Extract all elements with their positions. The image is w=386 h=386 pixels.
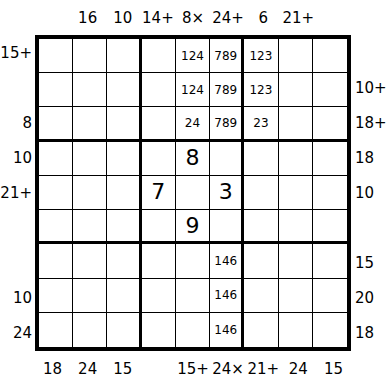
cell-r9c8[interactable] (279, 313, 313, 347)
top-clue-col2: 16 (70, 0, 105, 35)
cell-r9c5[interactable] (176, 313, 210, 347)
bottom-clue-col8: 24 (281, 351, 316, 386)
cell-r5c8[interactable] (279, 176, 313, 210)
cell-r2c4[interactable] (142, 73, 176, 107)
cell-r7c3[interactable] (107, 244, 141, 278)
cell-r2c3[interactable] (107, 73, 141, 107)
cell-r8c4[interactable] (142, 279, 176, 313)
cell-r8c7[interactable] (244, 279, 278, 313)
cell-r5c2[interactable] (73, 176, 107, 210)
cell-r5c3[interactable] (107, 176, 141, 210)
cell-r9c3[interactable] (107, 313, 141, 347)
cell-r1c8[interactable] (279, 39, 313, 73)
cell-r6c9[interactable] (313, 210, 347, 244)
cell-r4c2[interactable] (73, 142, 107, 176)
cell-r4c5[interactable]: 8 (176, 142, 210, 176)
cell-r5c7[interactable] (244, 176, 278, 210)
cell-r1c3[interactable] (107, 39, 141, 73)
cell-r8c6[interactable]: 146 (210, 279, 244, 313)
cell-r9c7[interactable] (244, 313, 278, 347)
right-clue-row2: 10+ (351, 70, 386, 105)
right-clue-row5: 10 (351, 175, 386, 210)
cell-r1c4[interactable] (142, 39, 176, 73)
cell-r9c6[interactable]: 146 (210, 313, 244, 347)
cell-r9c1[interactable] (39, 313, 73, 347)
cell-r6c7[interactable] (244, 210, 278, 244)
cell-r7c1[interactable] (39, 244, 73, 278)
cell-r3c1[interactable] (39, 107, 73, 141)
top-clue-col9 (316, 0, 351, 35)
cell-r1c7[interactable]: 123 (244, 39, 278, 73)
cell-r6c8[interactable] (279, 210, 313, 244)
cell-r2c5[interactable]: 124 (176, 73, 210, 107)
right-clue-row4: 18 (351, 140, 386, 175)
cell-r1c1[interactable] (39, 39, 73, 73)
cell-r6c5[interactable]: 9 (176, 210, 210, 244)
cell-r4c3[interactable] (107, 142, 141, 176)
cell-r7c4[interactable] (142, 244, 176, 278)
right-clue-row8: 20 (351, 281, 386, 316)
cell-r6c3[interactable] (107, 210, 141, 244)
right-clue-row7: 15 (351, 246, 386, 281)
right-clue-row3: 18+ (351, 105, 386, 140)
cell-r3c6[interactable]: 789 (210, 107, 244, 141)
top-clue-col7: 6 (246, 0, 281, 35)
cell-r4c8[interactable] (279, 142, 313, 176)
right-clue-row9: 18 (351, 316, 386, 351)
cell-r1c9[interactable] (313, 39, 347, 73)
cell-r2c7[interactable]: 123 (244, 73, 278, 107)
cell-r7c9[interactable] (313, 244, 347, 278)
left-clue-row3: 8 (0, 105, 35, 140)
cell-r3c9[interactable] (313, 107, 347, 141)
cell-r8c2[interactable] (73, 279, 107, 313)
cell-r2c6[interactable]: 789 (210, 73, 244, 107)
top-clue-col4: 14+ (140, 0, 175, 35)
cell-r6c4[interactable] (142, 210, 176, 244)
cell-r8c3[interactable] (107, 279, 141, 313)
bottom-clue-col2: 24 (70, 351, 105, 386)
cell-r3c4[interactable] (142, 107, 176, 141)
cell-r6c1[interactable] (39, 210, 73, 244)
left-clue-row7 (0, 246, 35, 281)
cell-r2c1[interactable] (39, 73, 73, 107)
sudoku-board: 12478912312478912324789238739146146146 (35, 35, 351, 351)
cell-r8c9[interactable] (313, 279, 347, 313)
top-clue-col6: 24+ (211, 0, 246, 35)
right-clue-row6 (351, 211, 386, 246)
left-clue-row4: 10 (0, 140, 35, 175)
cell-r8c8[interactable] (279, 279, 313, 313)
cell-r8c5[interactable] (176, 279, 210, 313)
left-clue-row9: 24 (0, 316, 35, 351)
cell-r7c2[interactable] (73, 244, 107, 278)
cell-r1c5[interactable]: 124 (176, 39, 210, 73)
cell-r1c6[interactable]: 789 (210, 39, 244, 73)
left-clue-row8: 10 (0, 281, 35, 316)
bottom-clue-col4 (140, 351, 175, 386)
cell-r9c4[interactable] (142, 313, 176, 347)
bottom-clue-col7: 21+ (246, 351, 281, 386)
cell-r4c1[interactable] (39, 142, 73, 176)
bottom-clue-strip: 18241515+24×21+2415 (35, 351, 351, 386)
cell-r3c3[interactable] (107, 107, 141, 141)
puzzle-page: 161014+8×24+621+ 15+81021+1024 124789123… (0, 0, 386, 386)
cell-r7c7[interactable] (244, 244, 278, 278)
left-clue-row5: 21+ (0, 175, 35, 210)
cell-r2c8[interactable] (279, 73, 313, 107)
cell-r4c9[interactable] (313, 142, 347, 176)
cell-r5c5[interactable] (176, 176, 210, 210)
cell-r9c2[interactable] (73, 313, 107, 347)
cell-r7c5[interactable] (176, 244, 210, 278)
right-clue-strip: 10+18+1810152018 (351, 35, 386, 351)
cell-r5c4[interactable]: 7 (142, 176, 176, 210)
left-clue-row1: 15+ (0, 35, 35, 70)
cell-r3c5[interactable]: 24 (176, 107, 210, 141)
bottom-clue-col1: 18 (35, 351, 70, 386)
bottom-clue-col6: 24× (211, 351, 246, 386)
top-clue-col8: 21+ (281, 0, 316, 35)
cell-r8c1[interactable] (39, 279, 73, 313)
cell-r6c6[interactable] (210, 210, 244, 244)
top-clue-col5: 8× (175, 0, 210, 35)
cell-r5c6[interactable]: 3 (210, 176, 244, 210)
bottom-clue-col3: 15 (105, 351, 140, 386)
cell-r9c9[interactable] (313, 313, 347, 347)
right-clue-row1 (351, 35, 386, 70)
cell-r4c4[interactable] (142, 142, 176, 176)
cell-r3c2[interactable] (73, 107, 107, 141)
cell-r7c6[interactable]: 146 (210, 244, 244, 278)
left-clue-row2 (0, 70, 35, 105)
cell-r1c2[interactable] (73, 39, 107, 73)
cell-r3c7[interactable]: 23 (244, 107, 278, 141)
cell-r6c2[interactable] (73, 210, 107, 244)
bottom-clue-col5: 15+ (175, 351, 210, 386)
cell-r4c6[interactable] (210, 142, 244, 176)
top-clue-col1 (35, 0, 70, 35)
bottom-clue-col9: 15 (316, 351, 351, 386)
cell-r2c2[interactable] (73, 73, 107, 107)
left-clue-row6 (0, 211, 35, 246)
cell-r3c8[interactable] (279, 107, 313, 141)
cell-r2c9[interactable] (313, 73, 347, 107)
cell-r7c8[interactable] (279, 244, 313, 278)
top-clue-strip: 161014+8×24+621+ (35, 0, 351, 35)
cell-r5c1[interactable] (39, 176, 73, 210)
cell-r4c7[interactable] (244, 142, 278, 176)
top-clue-col3: 10 (105, 0, 140, 35)
cell-r5c9[interactable] (313, 176, 347, 210)
left-clue-strip: 15+81021+1024 (0, 35, 35, 351)
